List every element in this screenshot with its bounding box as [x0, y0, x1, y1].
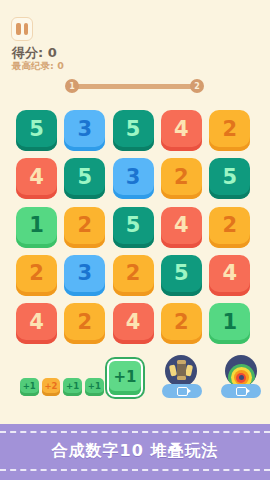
tile-r4c4[interactable]: 5 [161, 255, 202, 296]
promo-banner-text: 合成数字10 堆叠玩法 [52, 441, 219, 462]
best-value: 0 [57, 60, 64, 71]
score-caption: 得分: [12, 45, 43, 60]
queue-tile-2: +2 [42, 378, 61, 396]
tile-r3c2[interactable]: 2 [64, 207, 105, 248]
tile-r2c1[interactable]: 4 [16, 158, 57, 199]
queue-tile-1: +1 [20, 378, 39, 396]
tile-r2c3[interactable]: 3 [113, 158, 154, 199]
score-value: 0 [48, 45, 57, 60]
current-tile-button[interactable]: +1 [105, 357, 145, 399]
best-caption: 最高纪录: [12, 60, 54, 71]
video-camera-icon [177, 387, 188, 396]
next-tiles-queue: +1+2+1+1 [20, 378, 104, 396]
tile-r2c2[interactable]: 5 [64, 158, 105, 199]
tile-r2c4[interactable]: 2 [161, 158, 202, 199]
rainbow-tool-icon[interactable] [225, 355, 257, 387]
queue-tile-3: +1 [63, 378, 82, 396]
tile-r5c4[interactable]: 2 [161, 303, 202, 344]
tile-r4c5[interactable]: 4 [209, 255, 250, 296]
tile-r1c4[interactable]: 4 [161, 110, 202, 151]
tile-r3c1[interactable]: 1 [16, 207, 57, 248]
queue-tile-4: +1 [85, 378, 104, 396]
tile-r4c2[interactable]: 3 [64, 255, 105, 296]
tile-r1c5[interactable]: 2 [209, 110, 250, 151]
promo-banner-inner: 合成数字10 堆叠玩法 [0, 431, 270, 471]
tile-r3c3[interactable]: 5 [113, 207, 154, 248]
video-camera-icon [236, 387, 247, 396]
hammer-tool-icon[interactable] [165, 355, 197, 387]
tile-r5c2[interactable]: 2 [64, 303, 105, 344]
pause-icon [24, 23, 29, 35]
tile-r4c3[interactable]: 2 [113, 255, 154, 296]
level-node-next: 2 [190, 79, 204, 93]
watch-ad-hammer-button[interactable] [162, 384, 202, 398]
pause-icon [16, 23, 21, 35]
tile-r1c2[interactable]: 3 [64, 110, 105, 151]
game-screen: 得分: 0 最高纪录: 0 1 2 5354245325125422325442… [0, 0, 270, 480]
level-progress-track [70, 84, 200, 89]
tile-r5c1[interactable]: 4 [16, 303, 57, 344]
tile-r3c4[interactable]: 4 [161, 207, 202, 248]
promo-banner[interactable]: 合成数字10 堆叠玩法 [0, 424, 270, 480]
board-grid[interactable]: 5354245325125422325442421 [16, 110, 250, 344]
tile-r1c3[interactable]: 5 [113, 110, 154, 151]
tile-r1c1[interactable]: 5 [16, 110, 57, 151]
best-score-label: 最高纪录: 0 [12, 60, 64, 73]
tile-r5c5[interactable]: 1 [209, 303, 250, 344]
current-tile-ring: +1 [107, 359, 143, 397]
tile-r3c5[interactable]: 2 [209, 207, 250, 248]
pause-button[interactable] [11, 17, 33, 41]
tile-r5c3[interactable]: 4 [113, 303, 154, 344]
current-tile-value: +1 [109, 361, 141, 395]
tile-r2c5[interactable]: 5 [209, 158, 250, 199]
tile-r4c1[interactable]: 2 [16, 255, 57, 296]
level-node-current: 1 [65, 79, 79, 93]
watch-ad-rainbow-button[interactable] [221, 384, 261, 398]
